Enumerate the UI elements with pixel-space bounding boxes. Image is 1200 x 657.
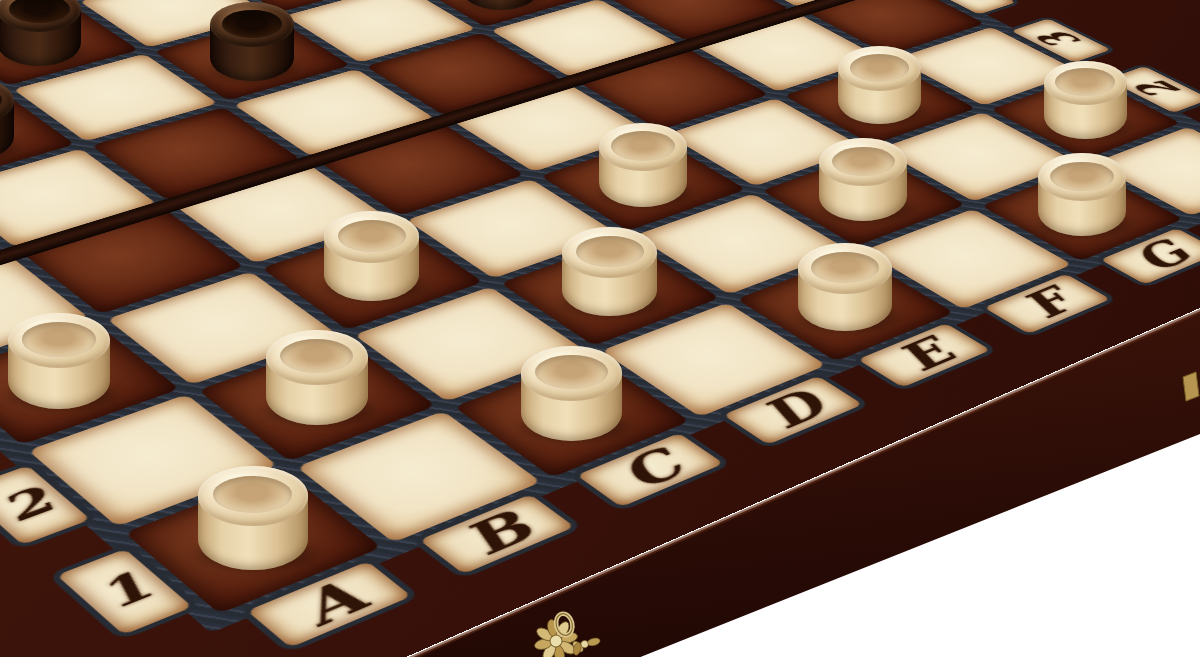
right-edge-hinge-icon	[1183, 372, 1199, 401]
photo-stage: ABCDEFGH1122334455667788	[0, 0, 1200, 657]
rank-label-text: 1	[82, 565, 166, 618]
